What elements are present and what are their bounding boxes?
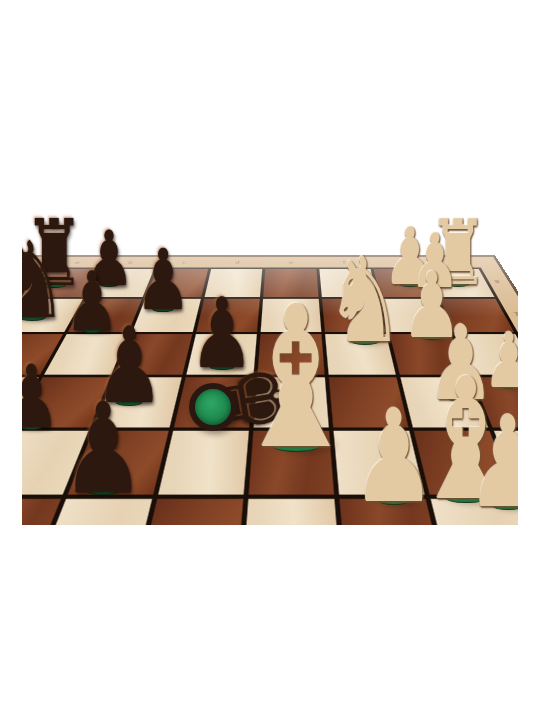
light-bishop-glyph: ♝ <box>231 280 361 476</box>
chessboard-photo: abcdefgh 87654321 ♞♜♟♟♟♟♟♟♟♚♟♟♜♞♟♝♟♝♟♟♟ <box>22 195 518 525</box>
dark-pawn-7: ♟ <box>22 354 60 441</box>
fallen-king-felt-base <box>189 383 237 431</box>
light-pawn-glyph: ♟ <box>466 400 518 525</box>
dark-pawn-6: ♟ <box>62 386 145 511</box>
product-photo-page: abcdefgh 87654321 ♞♜♟♟♟♟♟♟♟♚♟♟♜♞♟♝♟♝♟♟♟ <box>0 0 540 720</box>
light-bishop-1: ♝ <box>231 280 361 476</box>
square-r6c4 <box>137 499 243 525</box>
light-pawn-glyph: ♟ <box>352 393 437 521</box>
light-pawn-5: ♟ <box>352 393 437 521</box>
light-pawn-6: ♟ <box>466 400 518 525</box>
dark-pawn-glyph: ♟ <box>62 386 145 511</box>
dark-knight-glyph: ♞ <box>22 228 67 334</box>
square-r6c5 <box>242 499 341 525</box>
dark-pawn-glyph: ♟ <box>22 354 60 441</box>
dark-knight: ♞ <box>22 228 67 334</box>
square-r6c2 <box>22 499 61 525</box>
